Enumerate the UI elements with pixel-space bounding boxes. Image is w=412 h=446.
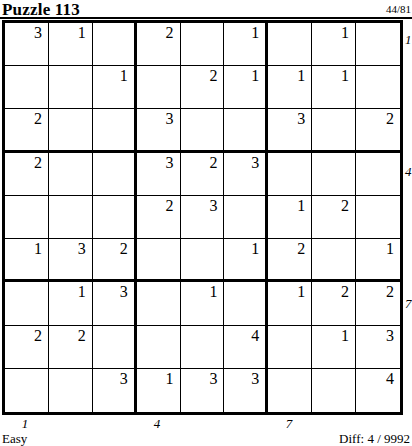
cell-r1c4[interactable]: 2: [137, 23, 181, 66]
cell-r4c5[interactable]: 2: [181, 153, 225, 196]
cell-r2c9[interactable]: [356, 66, 400, 109]
cell-clue: 3: [166, 155, 174, 170]
puzzle-page: Puzzle 113 44/81 31211121112332232323121…: [0, 0, 412, 446]
cell-r2c5[interactable]: 2: [181, 66, 225, 109]
cell-r4c2[interactable]: [49, 153, 93, 196]
board-grid: 3121112111233223232312132121131122224133…: [2, 20, 403, 415]
cell-r8c9[interactable]: 3: [356, 326, 400, 369]
cell-clue: 1: [78, 284, 86, 299]
col-label-7: 7: [286, 417, 293, 430]
cell-r2c1[interactable]: [5, 66, 49, 109]
cell-r7c8[interactable]: 2: [312, 282, 356, 325]
cell-r7c4[interactable]: [137, 282, 181, 325]
cell-r1c7[interactable]: [268, 23, 312, 66]
cell-r6c8[interactable]: [312, 239, 356, 282]
cell-clue: 2: [34, 111, 42, 126]
cell-r1c9[interactable]: [356, 23, 400, 66]
cell-r5c6[interactable]: [224, 196, 268, 239]
cell-r8c5[interactable]: [181, 326, 225, 369]
cell-r6c7[interactable]: 2: [268, 239, 312, 282]
cell-r1c6[interactable]: 1: [224, 23, 268, 66]
row-label-4: 4: [405, 165, 412, 178]
cell-r6c3[interactable]: 2: [93, 239, 137, 282]
difficulty-label: Easy: [2, 432, 27, 445]
cell-clue: 2: [34, 155, 42, 170]
cell-r8c3[interactable]: [93, 326, 137, 369]
cell-r9c6[interactable]: 3: [224, 369, 268, 412]
cell-r4c7[interactable]: [268, 153, 312, 196]
cell-r6c5[interactable]: [181, 239, 225, 282]
cell-r3c7[interactable]: 3: [268, 109, 312, 152]
cell-r6c2[interactable]: 3: [49, 239, 93, 282]
cell-r6c1[interactable]: 1: [5, 239, 49, 282]
cell-r2c3[interactable]: 1: [93, 66, 137, 109]
cell-clue: 2: [120, 241, 128, 256]
cell-clue: 2: [386, 284, 394, 299]
cell-clue: 1: [209, 284, 217, 299]
cell-r3c3[interactable]: [93, 109, 137, 152]
cell-r6c9[interactable]: 1: [356, 239, 400, 282]
cell-clue: 1: [341, 68, 349, 83]
cell-r9c5[interactable]: 3: [181, 369, 225, 412]
cell-r8c6[interactable]: 4: [224, 326, 268, 369]
cell-clue: 1: [297, 284, 305, 299]
cell-r8c2[interactable]: 2: [49, 326, 93, 369]
cell-clue: 1: [386, 241, 394, 256]
cell-r4c4[interactable]: 3: [137, 153, 181, 196]
row-label-7: 7: [405, 297, 412, 310]
cell-r5c5[interactable]: 3: [181, 196, 225, 239]
cell-r3c9[interactable]: 2: [356, 109, 400, 152]
cell-clue: 3: [78, 241, 86, 256]
cell-r8c1[interactable]: 2: [5, 326, 49, 369]
cell-r9c3[interactable]: 3: [93, 369, 137, 412]
cell-r6c6[interactable]: 1: [224, 239, 268, 282]
cell-r2c8[interactable]: 1: [312, 66, 356, 109]
cell-r1c2[interactable]: 1: [49, 23, 93, 66]
cell-r7c7[interactable]: 1: [268, 282, 312, 325]
cell-r7c5[interactable]: 1: [181, 282, 225, 325]
cell-r5c2[interactable]: [49, 196, 93, 239]
cell-r7c9[interactable]: 2: [356, 282, 400, 325]
cell-r1c3[interactable]: [93, 23, 137, 66]
cell-r5c1[interactable]: [5, 196, 49, 239]
cell-clue: 1: [166, 371, 174, 386]
cell-clue: 3: [297, 111, 305, 126]
col-label-1: 1: [22, 417, 29, 430]
cell-r3c8[interactable]: [312, 109, 356, 152]
cell-clue: 3: [251, 371, 259, 386]
cell-r2c7[interactable]: 1: [268, 66, 312, 109]
cell-r8c7[interactable]: [268, 326, 312, 369]
cell-clue: 1: [34, 241, 42, 256]
cell-r5c7[interactable]: 1: [268, 196, 312, 239]
cell-r3c6[interactable]: [224, 109, 268, 152]
cell-r5c9[interactable]: [356, 196, 400, 239]
cell-r2c2[interactable]: [49, 66, 93, 109]
cell-r4c8[interactable]: [312, 153, 356, 196]
cell-clue: 2: [209, 68, 217, 83]
cell-r9c4[interactable]: 1: [137, 369, 181, 412]
cell-r7c1[interactable]: [5, 282, 49, 325]
cell-clue: 3: [34, 25, 42, 40]
cell-clue: 1: [251, 241, 259, 256]
cell-clue: 1: [251, 68, 259, 83]
cell-clue: 3: [166, 111, 174, 126]
cell-clue: 1: [297, 198, 305, 213]
title-divider: [0, 17, 412, 19]
cell-r5c8[interactable]: 2: [312, 196, 356, 239]
cell-r1c5[interactable]: [181, 23, 225, 66]
cell-clue: 1: [251, 25, 259, 40]
cell-clue: 2: [34, 328, 42, 343]
diff-stat-label: Diff: 4 / 9992: [339, 432, 410, 445]
cell-r2c6[interactable]: 1: [224, 66, 268, 109]
cell-clue: 2: [386, 111, 394, 126]
cell-r9c9[interactable]: 4: [356, 369, 400, 412]
cell-clue: 1: [78, 25, 86, 40]
cell-r8c8[interactable]: 1: [312, 326, 356, 369]
cell-r7c2[interactable]: 1: [49, 282, 93, 325]
cell-clue: 1: [297, 68, 305, 83]
cell-clue: 2: [341, 198, 349, 213]
cell-clue: 3: [209, 371, 217, 386]
cell-r9c1[interactable]: [5, 369, 49, 412]
cell-r5c3[interactable]: [93, 196, 137, 239]
cell-clue: 1: [120, 68, 128, 83]
cell-clue: 3: [251, 155, 259, 170]
cell-r3c5[interactable]: [181, 109, 225, 152]
cell-r4c9[interactable]: [356, 153, 400, 196]
cell-r3c4[interactable]: 3: [137, 109, 181, 152]
cell-r4c3[interactable]: [93, 153, 137, 196]
cell-r1c8[interactable]: 1: [312, 23, 356, 66]
cell-r9c8[interactable]: [312, 369, 356, 412]
cell-r2c4[interactable]: [137, 66, 181, 109]
cell-clue: 2: [209, 155, 217, 170]
cell-r8c4[interactable]: [137, 326, 181, 369]
cell-clue: 2: [78, 328, 86, 343]
cell-clue: 3: [386, 328, 394, 343]
cell-r6c4[interactable]: [137, 239, 181, 282]
cell-clue: 2: [166, 25, 174, 40]
cell-clue: 1: [341, 328, 349, 343]
cell-clue: 2: [341, 284, 349, 299]
cell-clue: 4: [386, 371, 394, 386]
row-label-1: 1: [405, 33, 412, 46]
cell-clue: 4: [251, 328, 259, 343]
cell-r9c2[interactable]: [49, 369, 93, 412]
cell-clue: 3: [120, 284, 128, 299]
cell-clue: 3: [209, 198, 217, 213]
cell-r1c1[interactable]: 3: [5, 23, 49, 66]
cell-r5c4[interactable]: 2: [137, 196, 181, 239]
cell-clue: 3: [120, 371, 128, 386]
cell-r7c3[interactable]: 3: [93, 282, 137, 325]
cell-clue: 1: [341, 25, 349, 40]
col-label-4: 4: [154, 417, 161, 430]
cell-clue: 2: [297, 241, 305, 256]
clue-counter: 44/81: [386, 3, 411, 15]
cell-clue: 2: [166, 198, 174, 213]
cell-r9c7[interactable]: [268, 369, 312, 412]
cell-r3c2[interactable]: [49, 109, 93, 152]
cell-r7c6[interactable]: [224, 282, 268, 325]
cell-r4c6[interactable]: 3: [224, 153, 268, 196]
cell-r4c1[interactable]: 2: [5, 153, 49, 196]
cell-r3c1[interactable]: 2: [5, 109, 49, 152]
